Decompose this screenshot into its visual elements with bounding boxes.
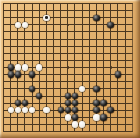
white-stone[interactable] [15,64,21,70]
black-stone[interactable] [29,86,35,92]
white-stone[interactable] [22,64,28,70]
star-point [67,66,69,68]
go-board[interactable] [0,0,140,138]
white-stone[interactable] [43,15,49,21]
black-stone[interactable] [93,107,99,113]
white-stone[interactable] [79,86,85,92]
white-stone[interactable] [15,107,21,113]
black-stone[interactable] [93,100,99,106]
black-stone[interactable] [8,64,14,70]
board-grid [0,0,136,135]
white-stone[interactable] [15,22,21,28]
white-stone[interactable] [8,107,14,113]
white-stone[interactable] [79,121,85,127]
black-stone[interactable] [72,93,78,99]
black-stone[interactable] [65,93,71,99]
white-stone[interactable] [36,64,42,70]
black-stone[interactable] [107,107,113,113]
black-stone[interactable] [100,114,106,120]
white-stone[interactable] [29,107,35,113]
black-stone[interactable] [93,86,99,92]
white-stone[interactable] [72,121,78,127]
white-stone[interactable] [22,22,28,28]
black-stone[interactable] [72,114,78,120]
black-stone[interactable] [36,93,42,99]
white-stone[interactable] [93,114,99,120]
black-stone[interactable] [100,100,106,106]
black-stone[interactable] [72,100,78,106]
black-stone[interactable] [8,71,14,77]
black-stone[interactable] [22,100,28,106]
last-move-marker [45,16,48,19]
black-stone[interactable] [15,100,21,106]
white-stone[interactable] [22,107,28,113]
black-stone[interactable] [15,71,21,77]
black-stone[interactable] [65,100,71,106]
black-stone[interactable] [107,22,113,28]
black-stone[interactable] [72,107,78,113]
white-stone[interactable] [65,114,71,120]
white-stone[interactable] [43,107,49,113]
black-stone[interactable] [93,15,99,21]
star-point [67,24,69,26]
black-stone[interactable] [65,107,71,113]
black-stone[interactable] [29,71,35,77]
black-stone[interactable] [58,107,64,113]
black-stone[interactable] [115,71,121,77]
star-point [110,66,112,68]
